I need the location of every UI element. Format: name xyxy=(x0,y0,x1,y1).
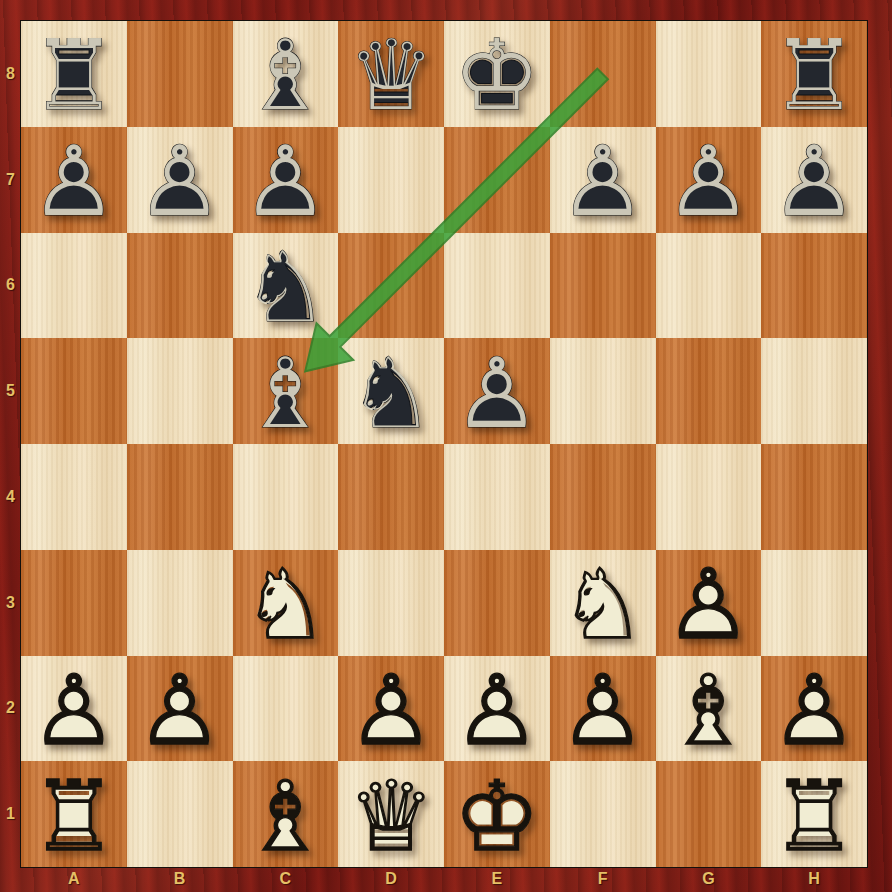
square-b4[interactable] xyxy=(127,444,233,550)
piece-white-pawn[interactable]: ♟♙ xyxy=(127,656,233,762)
square-b8[interactable] xyxy=(127,21,233,127)
square-c4[interactable] xyxy=(233,444,339,550)
piece-black-pawn[interactable]: ♟♙ xyxy=(127,127,233,233)
piece-outline-glyph: ♗ xyxy=(233,340,339,446)
square-c3[interactable]: ♞♘ xyxy=(233,550,339,656)
piece-outline-glyph: ♙ xyxy=(550,129,656,235)
square-e7[interactable] xyxy=(444,127,550,233)
square-b5[interactable] xyxy=(127,338,233,444)
file-label-g: G xyxy=(656,865,762,892)
piece-outline-glyph: ♗ xyxy=(656,658,762,764)
square-b7[interactable]: ♟♙ xyxy=(127,127,233,233)
square-d1[interactable]: ♛♕ xyxy=(338,761,444,867)
piece-black-king[interactable]: ♚♔ xyxy=(444,21,550,127)
square-g5[interactable] xyxy=(656,338,762,444)
piece-white-rook[interactable]: ♜♖ xyxy=(761,761,867,867)
piece-outline-glyph: ♙ xyxy=(656,129,762,235)
square-b2[interactable]: ♟♙ xyxy=(127,656,233,762)
piece-outline-glyph: ♔ xyxy=(444,23,550,129)
rank-label-3: 3 xyxy=(0,550,21,656)
piece-black-knight[interactable]: ♞♘ xyxy=(338,338,444,444)
square-f6[interactable] xyxy=(550,233,656,339)
square-f8[interactable] xyxy=(550,21,656,127)
square-g2[interactable]: ♝♗ xyxy=(656,656,762,762)
piece-outline-glyph: ♘ xyxy=(550,552,656,658)
piece-outline-glyph: ♘ xyxy=(233,552,339,658)
piece-outline-glyph: ♕ xyxy=(338,763,444,869)
piece-outline-glyph: ♕ xyxy=(338,23,444,129)
piece-white-knight[interactable]: ♞♘ xyxy=(550,550,656,656)
square-d8[interactable]: ♛♕ xyxy=(338,21,444,127)
square-e8[interactable]: ♚♔ xyxy=(444,21,550,127)
piece-outline-glyph: ♙ xyxy=(127,658,233,764)
piece-white-pawn[interactable]: ♟♙ xyxy=(656,550,762,656)
square-g3[interactable]: ♟♙ xyxy=(656,550,762,656)
square-b6[interactable] xyxy=(127,233,233,339)
square-a8[interactable]: ♜♖ xyxy=(21,21,127,127)
square-d2[interactable]: ♟♙ xyxy=(338,656,444,762)
piece-black-bishop[interactable]: ♝♗ xyxy=(233,21,339,127)
square-b3[interactable] xyxy=(127,550,233,656)
piece-white-pawn[interactable]: ♟♙ xyxy=(761,656,867,762)
piece-black-pawn[interactable]: ♟♙ xyxy=(656,127,762,233)
piece-black-knight[interactable]: ♞♘ xyxy=(233,233,339,339)
piece-outline-glyph: ♗ xyxy=(233,23,339,129)
square-c2[interactable] xyxy=(233,656,339,762)
square-f3[interactable]: ♞♘ xyxy=(550,550,656,656)
rank-label-5: 5 xyxy=(0,338,21,444)
piece-outline-glyph: ♙ xyxy=(761,658,867,764)
square-f2[interactable]: ♟♙ xyxy=(550,656,656,762)
rank-label-8: 8 xyxy=(0,21,21,127)
piece-outline-glyph: ♖ xyxy=(21,763,127,869)
square-h7[interactable]: ♟♙ xyxy=(761,127,867,233)
piece-outline-glyph: ♖ xyxy=(761,763,867,869)
square-g8[interactable] xyxy=(656,21,762,127)
square-e4[interactable] xyxy=(444,444,550,550)
rank-label-4: 4 xyxy=(0,444,21,550)
piece-black-bishop[interactable]: ♝♗ xyxy=(233,338,339,444)
rank-label-6: 6 xyxy=(0,233,21,339)
file-label-h: H xyxy=(761,865,867,892)
square-f5[interactable] xyxy=(550,338,656,444)
square-b1[interactable] xyxy=(127,761,233,867)
piece-white-bishop[interactable]: ♝♗ xyxy=(656,656,762,762)
piece-outline-glyph: ♖ xyxy=(21,23,127,129)
square-a1[interactable]: ♜♖ xyxy=(21,761,127,867)
rank-label-7: 7 xyxy=(0,127,21,233)
square-a6[interactable] xyxy=(21,233,127,339)
piece-outline-glyph: ♙ xyxy=(233,129,339,235)
piece-white-knight[interactable]: ♞♘ xyxy=(233,550,339,656)
piece-black-pawn[interactable]: ♟♙ xyxy=(21,127,127,233)
square-c1[interactable]: ♝♗ xyxy=(233,761,339,867)
square-h6[interactable] xyxy=(761,233,867,339)
rank-label-2: 2 xyxy=(0,656,21,762)
file-label-f: F xyxy=(550,865,656,892)
square-h2[interactable]: ♟♙ xyxy=(761,656,867,762)
piece-outline-glyph: ♔ xyxy=(444,763,550,869)
piece-outline-glyph: ♙ xyxy=(444,658,550,764)
piece-outline-glyph: ♘ xyxy=(233,235,339,341)
square-a4[interactable] xyxy=(21,444,127,550)
piece-outline-glyph: ♗ xyxy=(233,763,339,869)
square-h3[interactable] xyxy=(761,550,867,656)
piece-outline-glyph: ♙ xyxy=(127,129,233,235)
square-h4[interactable] xyxy=(761,444,867,550)
square-a5[interactable] xyxy=(21,338,127,444)
square-h1[interactable]: ♜♖ xyxy=(761,761,867,867)
square-d4[interactable] xyxy=(338,444,444,550)
square-d3[interactable] xyxy=(338,550,444,656)
piece-white-pawn[interactable]: ♟♙ xyxy=(338,656,444,762)
square-d5[interactable]: ♞♘ xyxy=(338,338,444,444)
piece-outline-glyph: ♙ xyxy=(550,658,656,764)
square-d7[interactable] xyxy=(338,127,444,233)
square-e5[interactable]: ♟♙ xyxy=(444,338,550,444)
piece-white-pawn[interactable]: ♟♙ xyxy=(444,656,550,762)
square-a7[interactable]: ♟♙ xyxy=(21,127,127,233)
piece-black-rook[interactable]: ♜♖ xyxy=(21,21,127,127)
square-e1[interactable]: ♚♔ xyxy=(444,761,550,867)
piece-outline-glyph: ♙ xyxy=(21,129,127,235)
piece-white-rook[interactable]: ♜♖ xyxy=(21,761,127,867)
square-f7[interactable]: ♟♙ xyxy=(550,127,656,233)
piece-white-bishop[interactable]: ♝♗ xyxy=(233,761,339,867)
square-e3[interactable] xyxy=(444,550,550,656)
square-f1[interactable] xyxy=(550,761,656,867)
piece-black-queen[interactable]: ♛♕ xyxy=(338,21,444,127)
square-d6[interactable] xyxy=(338,233,444,339)
piece-outline-glyph: ♙ xyxy=(21,658,127,764)
square-a3[interactable] xyxy=(21,550,127,656)
square-c8[interactable]: ♝♗ xyxy=(233,21,339,127)
square-g6[interactable] xyxy=(656,233,762,339)
square-e6[interactable] xyxy=(444,233,550,339)
square-c6[interactable]: ♞♘ xyxy=(233,233,339,339)
square-c7[interactable]: ♟♙ xyxy=(233,127,339,233)
file-label-d: D xyxy=(338,865,444,892)
piece-outline-glyph: ♙ xyxy=(444,340,550,446)
file-label-e: E xyxy=(444,865,550,892)
square-h5[interactable] xyxy=(761,338,867,444)
piece-outline-glyph: ♙ xyxy=(761,129,867,235)
piece-black-pawn[interactable]: ♟♙ xyxy=(233,127,339,233)
square-g1[interactable] xyxy=(656,761,762,867)
piece-black-pawn[interactable]: ♟♙ xyxy=(550,127,656,233)
piece-outline-glyph: ♙ xyxy=(338,658,444,764)
piece-white-pawn[interactable]: ♟♙ xyxy=(21,656,127,762)
square-a2[interactable]: ♟♙ xyxy=(21,656,127,762)
file-label-b: B xyxy=(127,865,233,892)
file-label-c: C xyxy=(233,865,339,892)
chess-board-frame: ♜♖♝♗♛♕♚♔♜♖♟♙♟♙♟♙♟♙♟♙♟♙♞♘♝♗♞♘♟♙♞♘♞♘♟♙♟♙♟♙… xyxy=(0,0,892,892)
square-g4[interactable] xyxy=(656,444,762,550)
file-label-a: A xyxy=(21,865,127,892)
piece-black-pawn[interactable]: ♟♙ xyxy=(444,338,550,444)
chess-board: ♜♖♝♗♛♕♚♔♜♖♟♙♟♙♟♙♟♙♟♙♟♙♞♘♝♗♞♘♟♙♞♘♞♘♟♙♟♙♟♙… xyxy=(21,21,867,867)
piece-white-king[interactable]: ♚♔ xyxy=(444,761,550,867)
square-c5[interactable]: ♝♗ xyxy=(233,338,339,444)
piece-outline-glyph: ♖ xyxy=(761,23,867,129)
square-f4[interactable] xyxy=(550,444,656,550)
rank-label-1: 1 xyxy=(0,761,21,867)
square-g7[interactable]: ♟♙ xyxy=(656,127,762,233)
square-e2[interactable]: ♟♙ xyxy=(444,656,550,762)
piece-white-pawn[interactable]: ♟♙ xyxy=(550,656,656,762)
piece-outline-glyph: ♙ xyxy=(656,552,762,658)
piece-outline-glyph: ♘ xyxy=(338,340,444,446)
square-h8[interactable]: ♜♖ xyxy=(761,21,867,127)
piece-white-queen[interactable]: ♛♕ xyxy=(338,761,444,867)
piece-black-pawn[interactable]: ♟♙ xyxy=(761,127,867,233)
piece-black-rook[interactable]: ♜♖ xyxy=(761,21,867,127)
